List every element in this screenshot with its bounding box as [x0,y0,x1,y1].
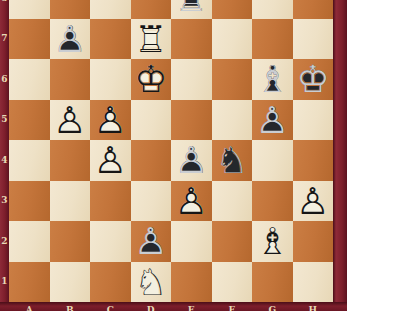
black-pawn[interactable]: ♟♙ [131,221,172,262]
square-f8[interactable] [212,0,253,19]
square-d2[interactable]: ♟♙ [131,221,172,262]
square-d4[interactable] [131,140,172,181]
square-e6[interactable] [171,59,212,100]
square-a3[interactable] [9,181,50,222]
square-g3[interactable] [252,181,293,222]
square-d8[interactable] [131,0,172,19]
square-b7[interactable]: ♟♙ [50,19,91,60]
square-b8[interactable] [50,0,91,19]
square-c1[interactable] [90,262,131,303]
square-a4[interactable] [9,140,50,181]
square-f6[interactable] [212,59,253,100]
square-h2[interactable] [293,221,334,262]
square-f2[interactable] [212,221,253,262]
square-a7[interactable] [9,19,50,60]
square-b5[interactable]: ♟♙ [50,100,91,141]
square-c3[interactable] [90,181,131,222]
square-c8[interactable] [90,0,131,19]
square-g5[interactable]: ♟♙ [252,100,293,141]
square-h8[interactable] [293,0,334,19]
square-a6[interactable] [9,59,50,100]
square-f1[interactable] [212,262,253,303]
square-b2[interactable] [50,221,91,262]
board-border-left [0,0,9,311]
square-c7[interactable] [90,19,131,60]
square-g6[interactable]: ♝♗ [252,59,293,100]
square-c4[interactable]: ♟♙ [90,140,131,181]
board-border-bottom [0,302,347,311]
square-c6[interactable] [90,59,131,100]
black-pawn[interactable]: ♟♙ [171,140,212,181]
square-d6[interactable]: ♚♔ [131,59,172,100]
square-e7[interactable] [171,19,212,60]
square-h1[interactable] [293,262,334,303]
black-pawn[interactable]: ♟♙ [252,100,293,141]
square-h6[interactable]: ♚♔ [293,59,334,100]
square-d3[interactable] [131,181,172,222]
square-e8[interactable]: ♜♖ [171,0,212,19]
square-g4[interactable] [252,140,293,181]
square-g1[interactable] [252,262,293,303]
square-f5[interactable] [212,100,253,141]
white-pawn[interactable]: ♟♙ [293,181,334,222]
square-h3[interactable]: ♟♙ [293,181,334,222]
square-b3[interactable] [50,181,91,222]
square-h4[interactable] [293,140,334,181]
square-b6[interactable] [50,59,91,100]
square-a5[interactable] [9,100,50,141]
square-f7[interactable] [212,19,253,60]
square-g8[interactable] [252,0,293,19]
square-f4[interactable]: ♞♘ [212,140,253,181]
square-g7[interactable] [252,19,293,60]
black-king[interactable]: ♚♔ [293,59,334,100]
square-e3[interactable]: ♟♙ [171,181,212,222]
white-knight[interactable]: ♞♘ [131,262,172,303]
square-h7[interactable] [293,19,334,60]
square-a2[interactable] [9,221,50,262]
black-pawn[interactable]: ♟♙ [50,19,91,60]
white-king[interactable]: ♚♔ [131,59,172,100]
square-d1[interactable]: ♞♘ [131,262,172,303]
square-e2[interactable] [171,221,212,262]
square-e4[interactable]: ♟♙ [171,140,212,181]
black-rook[interactable]: ♜♖ [171,0,212,19]
white-bishop[interactable]: ♝♗ [252,221,293,262]
chess-board: ♜♖♟♙♜♖♚♔♝♗♚♔♟♙♟♙♟♙♟♙♟♙♞♘♟♙♟♙♟♙♝♗♞♘ [9,0,333,302]
square-a8[interactable] [9,0,50,19]
white-pawn[interactable]: ♟♙ [171,181,212,222]
black-knight[interactable]: ♞♘ [212,140,253,181]
square-f3[interactable] [212,181,253,222]
square-c5[interactable]: ♟♙ [90,100,131,141]
board-border-right [333,0,347,311]
square-b1[interactable] [50,262,91,303]
square-b4[interactable] [50,140,91,181]
square-c2[interactable] [90,221,131,262]
white-pawn[interactable]: ♟♙ [90,100,131,141]
square-a1[interactable] [9,262,50,303]
square-h5[interactable] [293,100,334,141]
white-pawn[interactable]: ♟♙ [90,140,131,181]
square-e1[interactable] [171,262,212,303]
square-d5[interactable] [131,100,172,141]
white-pawn[interactable]: ♟♙ [50,100,91,141]
square-d7[interactable]: ♜♖ [131,19,172,60]
chessboard-screenshot: ♜♖♟♙♜♖♚♔♝♗♚♔♟♙♟♙♟♙♟♙♟♙♞♘♟♙♟♙♟♙♝♗♞♘ 87654… [0,0,414,311]
square-g2[interactable]: ♝♗ [252,221,293,262]
square-e5[interactable] [171,100,212,141]
black-bishop[interactable]: ♝♗ [252,59,293,100]
white-rook[interactable]: ♜♖ [131,19,172,60]
